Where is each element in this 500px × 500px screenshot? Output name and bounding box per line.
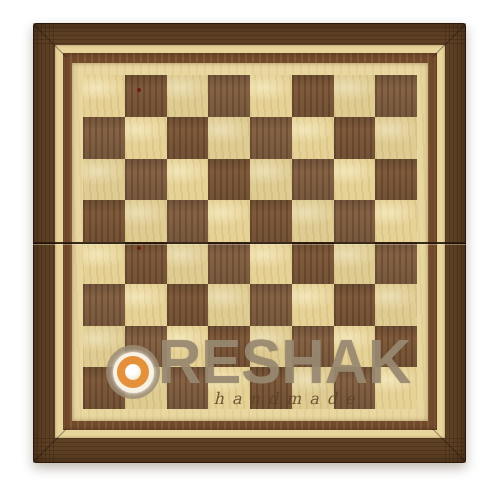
square-h7[interactable]: [375, 117, 417, 159]
square-e8[interactable]: [250, 75, 292, 117]
square-g4[interactable]: [334, 242, 376, 284]
square-h5[interactable]: [375, 200, 417, 242]
square-b8[interactable]: [125, 75, 167, 117]
square-e6[interactable]: [250, 159, 292, 201]
square-f5[interactable]: [292, 200, 334, 242]
square-f6[interactable]: [292, 159, 334, 201]
miter-joint-bottom-right: [432, 429, 465, 462]
square-h6[interactable]: [375, 159, 417, 201]
square-g6[interactable]: [334, 159, 376, 201]
square-g3[interactable]: [334, 284, 376, 326]
square-e5[interactable]: [250, 200, 292, 242]
square-f7[interactable]: [292, 117, 334, 159]
square-b5[interactable]: [125, 200, 167, 242]
square-c7[interactable]: [167, 117, 209, 159]
brand-logo-lens-icon: [106, 345, 160, 399]
square-c5[interactable]: [167, 200, 209, 242]
square-b4[interactable]: [125, 242, 167, 284]
square-a6[interactable]: [83, 159, 125, 201]
square-f3[interactable]: [292, 284, 334, 326]
square-f4[interactable]: [292, 242, 334, 284]
pin-hole: [137, 246, 141, 250]
square-e4[interactable]: [250, 242, 292, 284]
square-h8[interactable]: [375, 75, 417, 117]
miter-joint-top-right: [432, 24, 465, 57]
square-d7[interactable]: [208, 117, 250, 159]
lens-white-ring: [113, 352, 154, 393]
square-e7[interactable]: [250, 117, 292, 159]
square-d4[interactable]: [208, 242, 250, 284]
square-a3[interactable]: [83, 284, 125, 326]
square-a5[interactable]: [83, 200, 125, 242]
square-a4[interactable]: [83, 242, 125, 284]
square-b7[interactable]: [125, 117, 167, 159]
square-h3[interactable]: [375, 284, 417, 326]
square-b3[interactable]: [125, 284, 167, 326]
square-d6[interactable]: [208, 159, 250, 201]
lens-orange-ring: [117, 356, 149, 388]
brand-logo-text: RESHAK: [158, 330, 411, 394]
square-b6[interactable]: [125, 159, 167, 201]
frame-grain-bottom: [33, 438, 466, 463]
square-c6[interactable]: [167, 159, 209, 201]
square-e3[interactable]: [250, 284, 292, 326]
square-h4[interactable]: [375, 242, 417, 284]
product-photo: RESHAK handmade: [0, 0, 500, 500]
square-g7[interactable]: [334, 117, 376, 159]
square-d3[interactable]: [208, 284, 250, 326]
lens-center-dot: [125, 364, 141, 380]
square-f8[interactable]: [292, 75, 334, 117]
frame-grain-top: [33, 23, 466, 45]
square-c4[interactable]: [167, 242, 209, 284]
square-d8[interactable]: [208, 75, 250, 117]
chess-board: RESHAK handmade: [33, 23, 466, 463]
square-g5[interactable]: [334, 200, 376, 242]
square-c3[interactable]: [167, 284, 209, 326]
square-g8[interactable]: [334, 75, 376, 117]
square-c8[interactable]: [167, 75, 209, 117]
pin-hole: [137, 88, 141, 92]
brand-tagline: handmade: [190, 389, 386, 408]
square-a8[interactable]: [83, 75, 125, 117]
fold-seam: [33, 242, 466, 245]
miter-joint-bottom-left: [33, 429, 66, 462]
square-d5[interactable]: [208, 200, 250, 242]
miter-joint-top-left: [33, 24, 66, 57]
square-a7[interactable]: [83, 117, 125, 159]
